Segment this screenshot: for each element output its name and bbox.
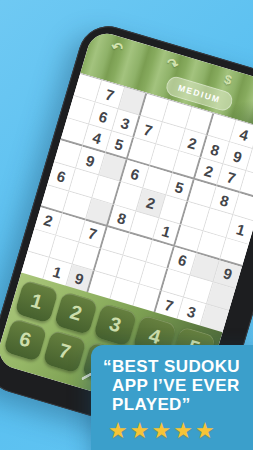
- star-rating: ★★★★★: [103, 420, 253, 442]
- quote-line-2: APP I’VE EVER: [103, 376, 253, 395]
- redo-icon[interactable]: ↷: [165, 55, 181, 74]
- star-icon: ★: [195, 418, 217, 443]
- star-icon: ★: [173, 418, 195, 443]
- quote-line-1: “BEST SUDOKU: [103, 357, 253, 376]
- number-key-1[interactable]: 1: [14, 280, 58, 324]
- star-icon: ★: [151, 418, 173, 443]
- number-key-2[interactable]: 2: [54, 291, 98, 335]
- quote-line-3: PLAYED”: [103, 395, 253, 414]
- number-key-6[interactable]: 6: [3, 318, 47, 362]
- number-key-7[interactable]: 7: [42, 330, 86, 374]
- undo-icon[interactable]: ↶: [109, 38, 125, 57]
- app-store-screenshot: ↶ ↷ $ MEDIUM 746372894527965862181276919…: [0, 0, 253, 450]
- review-quote-card: “BEST SUDOKU APP I’VE EVER PLAYED” ★★★★★: [91, 345, 253, 450]
- dollar-icon[interactable]: $: [222, 72, 233, 89]
- star-icon: ★: [108, 418, 130, 443]
- star-icon: ★: [130, 418, 152, 443]
- number-key-3[interactable]: 3: [93, 303, 137, 347]
